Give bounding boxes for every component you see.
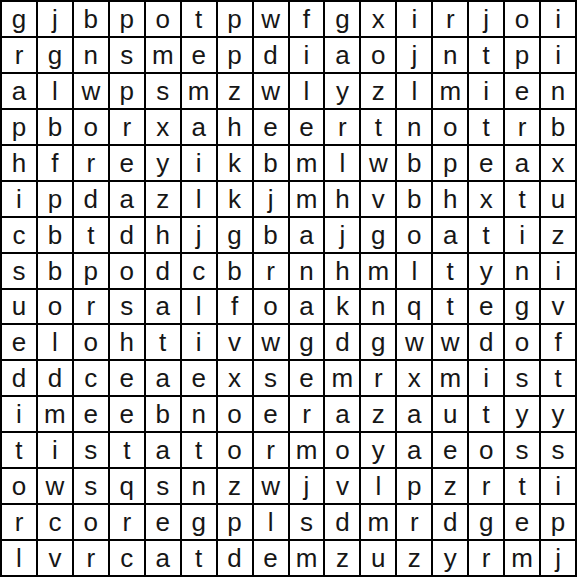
grid-cell[interactable]: a — [182, 110, 216, 144]
grid-cell[interactable]: h — [218, 110, 252, 144]
grid-cell[interactable]: b — [38, 218, 72, 252]
grid-cell[interactable]: n — [397, 110, 431, 144]
cell-letter: n — [551, 78, 565, 104]
grid-cell[interactable]: s — [541, 433, 575, 467]
grid-cell[interactable]: v — [38, 541, 72, 575]
grid-cell[interactable]: g — [505, 290, 539, 324]
grid-cell[interactable]: o — [505, 325, 539, 359]
grid-cell[interactable]: e — [290, 110, 324, 144]
grid-cell[interactable]: z — [361, 74, 395, 108]
cell-letter: k — [228, 186, 241, 212]
grid-cell[interactable]: n — [290, 254, 324, 288]
grid-cell[interactable]: r — [74, 541, 108, 575]
grid-cell[interactable]: o — [505, 2, 539, 36]
grid-cell[interactable]: m — [146, 38, 180, 72]
grid-cell[interactable]: l — [2, 541, 36, 575]
cell-letter: o — [227, 401, 241, 427]
grid-cell[interactable]: r — [469, 469, 503, 503]
grid-cell[interactable]: e — [505, 505, 539, 539]
grid-cell[interactable]: i — [505, 218, 539, 252]
cell-letter: a — [515, 150, 529, 176]
grid-cell[interactable]: l — [254, 505, 288, 539]
cell-letter: p — [12, 114, 26, 140]
grid-cell[interactable]: e — [182, 38, 216, 72]
grid-cell[interactable]: w — [38, 469, 72, 503]
cell-letter: d — [479, 329, 493, 355]
grid-cell[interactable]: e — [110, 146, 144, 180]
grid-cell[interactable]: e — [110, 361, 144, 395]
grid-cell[interactable]: x — [218, 361, 252, 395]
grid-cell[interactable]: e — [74, 397, 108, 431]
grid-cell[interactable]: n — [74, 38, 108, 72]
grid-cell[interactable]: a — [325, 397, 359, 431]
cell-letter: h — [227, 114, 241, 140]
grid-cell[interactable]: d — [325, 325, 359, 359]
grid-cell[interactable]: d — [218, 541, 252, 575]
grid-cell[interactable]: b — [254, 146, 288, 180]
grid-cell[interactable]: m — [182, 74, 216, 108]
grid-cell[interactable]: m — [290, 182, 324, 216]
grid-cell[interactable]: a — [397, 433, 431, 467]
grid-cell[interactable]: w — [361, 146, 395, 180]
grid-cell[interactable]: l — [397, 254, 431, 288]
grid-cell[interactable]: t — [469, 218, 503, 252]
grid-cell[interactable]: b — [38, 110, 72, 144]
cell-letter: x — [480, 186, 493, 212]
grid-cell[interactable]: t — [182, 541, 216, 575]
grid-cell[interactable]: s — [146, 469, 180, 503]
grid-cell[interactable]: p — [38, 182, 72, 216]
grid-cell[interactable]: r — [110, 110, 144, 144]
grid-cell[interactable]: r — [290, 397, 324, 431]
cell-letter: d — [84, 186, 98, 212]
grid-cell[interactable]: g — [361, 218, 395, 252]
grid-cell[interactable]: x — [146, 110, 180, 144]
grid-cell[interactable]: a — [505, 146, 539, 180]
grid-cell[interactable]: r — [469, 541, 503, 575]
cell-letter: j — [411, 42, 417, 68]
grid-cell[interactable]: a — [290, 218, 324, 252]
grid-cell[interactable]: i — [541, 2, 575, 36]
grid-cell[interactable]: h — [325, 254, 359, 288]
grid-cell[interactable]: g — [469, 505, 503, 539]
grid-cell[interactable]: z — [218, 469, 252, 503]
grid-cell[interactable]: q — [397, 290, 431, 324]
grid-cell[interactable]: e — [469, 290, 503, 324]
grid-cell[interactable]: o — [361, 38, 395, 72]
cell-letter: r — [302, 401, 311, 427]
grid-cell[interactable]: l — [361, 469, 395, 503]
grid-cell[interactable]: d — [74, 182, 108, 216]
grid-cell[interactable]: s — [146, 74, 180, 108]
cell-letter: o — [84, 509, 98, 535]
grid-cell[interactable]: m — [290, 541, 324, 575]
grid-cell[interactable]: o — [74, 505, 108, 539]
grid-cell[interactable]: d — [433, 505, 467, 539]
cell-letter: b — [155, 401, 169, 427]
grid-cell[interactable]: t — [433, 290, 467, 324]
grid-cell[interactable]: i — [2, 397, 36, 431]
grid-cell[interactable]: e — [290, 361, 324, 395]
grid-cell[interactable]: u — [541, 182, 575, 216]
cell-letter: u — [371, 545, 385, 571]
cell-letter: t — [195, 437, 202, 463]
cell-letter: b — [48, 222, 62, 248]
grid-cell[interactable]: i — [541, 469, 575, 503]
grid-cell[interactable]: i — [2, 182, 36, 216]
grid-cell[interactable]: l — [38, 325, 72, 359]
cell-letter: r — [15, 42, 24, 68]
grid-cell[interactable]: l — [38, 74, 72, 108]
cell-letter: s — [264, 365, 277, 391]
grid-cell[interactable]: u — [2, 290, 36, 324]
grid-cell[interactable]: p — [110, 2, 144, 36]
grid-cell[interactable]: g — [2, 2, 36, 36]
cell-letter: c — [192, 258, 205, 284]
grid-cell[interactable]: e — [469, 146, 503, 180]
grid-cell[interactable]: z — [397, 541, 431, 575]
grid-cell[interactable]: c — [74, 361, 108, 395]
grid-cell[interactable]: f — [38, 146, 72, 180]
grid-cell[interactable]: o — [469, 433, 503, 467]
grid-cell[interactable]: h — [146, 218, 180, 252]
grid-cell[interactable]: x — [469, 182, 503, 216]
grid-cell[interactable]: r — [110, 505, 144, 539]
grid-cell[interactable]: y — [469, 254, 503, 288]
grid-cell[interactable]: v — [361, 182, 395, 216]
cell-letter: o — [84, 114, 98, 140]
grid-cell[interactable]: a — [146, 541, 180, 575]
grid-cell[interactable]: o — [433, 110, 467, 144]
grid-cell[interactable]: z — [541, 218, 575, 252]
grid-cell[interactable]: z — [361, 397, 395, 431]
cell-letter: c — [48, 509, 61, 535]
grid-cell[interactable]: d — [2, 361, 36, 395]
cell-letter: t — [483, 401, 490, 427]
grid-cell[interactable]: p — [541, 505, 575, 539]
grid-cell[interactable]: i — [469, 361, 503, 395]
grid-cell[interactable]: a — [290, 290, 324, 324]
cell-letter: r — [410, 509, 419, 535]
cell-letter: e — [479, 293, 493, 319]
cell-letter: v — [48, 545, 61, 571]
grid-cell[interactable]: f — [218, 290, 252, 324]
grid-cell[interactable]: x — [541, 146, 575, 180]
grid-cell[interactable]: t — [505, 182, 539, 216]
grid-cell[interactable]: k — [218, 182, 252, 216]
cell-letter: u — [551, 186, 565, 212]
grid-cell[interactable]: y — [505, 397, 539, 431]
grid-cell[interactable]: a — [146, 433, 180, 467]
grid-cell[interactable]: s — [74, 469, 108, 503]
grid-cell[interactable]: p — [397, 469, 431, 503]
grid-cell[interactable]: p — [433, 146, 467, 180]
grid-cell[interactable]: w — [254, 2, 288, 36]
grid-cell[interactable]: g — [325, 2, 359, 36]
grid-cell[interactable]: y — [541, 397, 575, 431]
grid-cell[interactable]: n — [433, 38, 467, 72]
grid-cell[interactable]: b — [38, 254, 72, 288]
grid-cell[interactable]: l — [290, 74, 324, 108]
grid-cell[interactable]: r — [74, 290, 108, 324]
cell-letter: o — [479, 437, 493, 463]
grid-cell[interactable]: r — [74, 146, 108, 180]
grid-cell[interactable]: m — [38, 397, 72, 431]
grid-cell[interactable]: m — [361, 254, 395, 288]
grid-cell[interactable]: o — [325, 433, 359, 467]
grid-cell[interactable]: i — [397, 2, 431, 36]
grid-cell[interactable]: o — [74, 325, 108, 359]
grid-cell[interactable]: e — [182, 361, 216, 395]
cell-letter: r — [122, 114, 131, 140]
grid-cell[interactable]: i — [290, 38, 324, 72]
grid-cell[interactable]: s — [110, 38, 144, 72]
cell-letter: o — [515, 329, 529, 355]
grid-cell[interactable]: g — [290, 325, 324, 359]
grid-cell[interactable]: h — [110, 325, 144, 359]
grid-cell[interactable]: h — [433, 182, 467, 216]
grid-cell[interactable]: c — [2, 218, 36, 252]
grid-cell[interactable]: j — [541, 541, 575, 575]
cell-letter: h — [120, 329, 134, 355]
grid-cell[interactable]: b — [397, 146, 431, 180]
grid-cell[interactable]: i — [182, 325, 216, 359]
grid-cell[interactable]: i — [182, 146, 216, 180]
grid-cell[interactable]: e — [433, 433, 467, 467]
grid-cell[interactable]: z — [325, 541, 359, 575]
grid-cell[interactable]: h — [2, 146, 36, 180]
grid-cell[interactable]: b — [541, 110, 575, 144]
grid-cell[interactable]: m — [433, 361, 467, 395]
grid-cell[interactable]: o — [110, 254, 144, 288]
grid-cell[interactable]: s — [290, 505, 324, 539]
cell-letter: e — [299, 114, 313, 140]
grid-cell[interactable]: r — [361, 361, 395, 395]
grid-cell[interactable]: t — [505, 469, 539, 503]
grid-cell[interactable]: w — [254, 74, 288, 108]
grid-cell[interactable]: c — [182, 254, 216, 288]
grid-cell[interactable]: h — [325, 182, 359, 216]
grid-cell[interactable]: o — [38, 290, 72, 324]
grid-cell[interactable]: t — [182, 433, 216, 467]
grid-cell[interactable]: e — [110, 397, 144, 431]
grid-cell[interactable]: y — [325, 74, 359, 108]
grid-cell[interactable]: n — [182, 469, 216, 503]
grid-cell[interactable]: r — [325, 110, 359, 144]
grid-cell[interactable]: i — [38, 433, 72, 467]
grid-cell[interactable]: d — [38, 361, 72, 395]
grid-cell[interactable]: p — [218, 2, 252, 36]
grid-cell[interactable]: z — [146, 182, 180, 216]
grid-cell[interactable]: t — [74, 218, 108, 252]
grid-cell[interactable]: a — [433, 218, 467, 252]
grid-cell[interactable]: b — [146, 397, 180, 431]
grid-cell[interactable]: v — [218, 325, 252, 359]
grid-cell[interactable]: r — [254, 433, 288, 467]
grid-cell[interactable]: t — [541, 361, 575, 395]
grid-cell[interactable]: s — [505, 361, 539, 395]
grid-cell[interactable]: j — [325, 218, 359, 252]
grid-cell[interactable]: w — [397, 325, 431, 359]
grid-cell[interactable]: o — [74, 110, 108, 144]
grid-cell[interactable]: r — [254, 254, 288, 288]
cell-letter: o — [263, 293, 277, 319]
cell-letter: l — [304, 78, 310, 104]
grid-cell[interactable]: m — [505, 541, 539, 575]
grid-cell[interactable]: g — [361, 325, 395, 359]
grid-cell[interactable]: p — [505, 38, 539, 72]
grid-cell[interactable]: s — [254, 361, 288, 395]
grid-cell[interactable]: e — [505, 74, 539, 108]
grid-cell[interactable]: v — [541, 290, 575, 324]
grid-cell[interactable]: p — [2, 110, 36, 144]
grid-cell[interactable]: m — [290, 146, 324, 180]
grid-cell[interactable]: i — [541, 38, 575, 72]
grid-cell[interactable]: s — [110, 290, 144, 324]
grid-cell[interactable]: f — [541, 325, 575, 359]
grid-cell[interactable]: w — [254, 469, 288, 503]
grid-cell[interactable]: a — [110, 182, 144, 216]
grid-cell[interactable]: d — [325, 505, 359, 539]
cell-letter: h — [12, 150, 26, 176]
grid-cell[interactable]: t — [469, 38, 503, 72]
grid-cell[interactable]: l — [182, 182, 216, 216]
cell-letter: l — [375, 473, 381, 499]
grid-cell[interactable]: z — [433, 469, 467, 503]
grid-cell[interactable]: r — [397, 505, 431, 539]
grid-cell[interactable]: w — [254, 325, 288, 359]
grid-cell[interactable]: x — [361, 2, 395, 36]
cell-letter: i — [555, 258, 561, 284]
grid-cell[interactable]: n — [182, 397, 216, 431]
grid-cell[interactable]: o — [218, 433, 252, 467]
grid-cell[interactable]: t — [110, 433, 144, 467]
cell-letter: o — [155, 6, 169, 32]
grid-cell[interactable]: g — [182, 505, 216, 539]
grid-cell[interactable]: r — [2, 505, 36, 539]
grid-cell[interactable]: t — [2, 433, 36, 467]
grid-cell[interactable]: w — [74, 74, 108, 108]
grid-cell[interactable]: b — [254, 218, 288, 252]
grid-cell[interactable]: j — [290, 469, 324, 503]
grid-cell[interactable]: s — [2, 254, 36, 288]
grid-cell[interactable]: g — [38, 38, 72, 72]
grid-cell[interactable]: r — [433, 2, 467, 36]
grid-cell[interactable]: r — [505, 110, 539, 144]
cell-letter: z — [372, 78, 385, 104]
word-search-grid: gjbpotpwfgxirjoirgnsmepdiaojntpialwpsmzw… — [0, 0, 577, 577]
grid-cell[interactable]: t — [146, 325, 180, 359]
grid-cell[interactable]: k — [218, 146, 252, 180]
grid-cell[interactable]: u — [361, 541, 395, 575]
grid-cell[interactable]: e — [254, 110, 288, 144]
grid-cell[interactable]: e — [254, 541, 288, 575]
grid-cell[interactable]: t — [469, 110, 503, 144]
grid-cell[interactable]: z — [218, 74, 252, 108]
grid-cell[interactable]: o — [146, 2, 180, 36]
grid-cell[interactable]: p — [218, 505, 252, 539]
grid-cell[interactable]: a — [397, 397, 431, 431]
grid-cell[interactable]: j — [254, 182, 288, 216]
grid-cell[interactable]: n — [541, 74, 575, 108]
grid-cell[interactable]: j — [397, 38, 431, 72]
grid-cell[interactable]: c — [38, 505, 72, 539]
grid-cell[interactable]: k — [325, 290, 359, 324]
grid-cell[interactable]: s — [505, 433, 539, 467]
grid-cell[interactable]: s — [74, 433, 108, 467]
grid-cell[interactable]: d — [110, 218, 144, 252]
grid-cell[interactable]: d — [469, 325, 503, 359]
cell-letter: h — [335, 186, 349, 212]
grid-cell[interactable]: i — [469, 74, 503, 108]
grid-cell[interactable]: o — [397, 218, 431, 252]
grid-cell[interactable]: o — [218, 397, 252, 431]
grid-cell[interactable]: e — [146, 505, 180, 539]
grid-cell[interactable]: b — [397, 182, 431, 216]
grid-cell[interactable]: o — [2, 469, 36, 503]
grid-cell[interactable]: o — [254, 290, 288, 324]
grid-cell[interactable]: t — [433, 254, 467, 288]
grid-cell[interactable]: l — [397, 74, 431, 108]
grid-cell[interactable]: x — [397, 361, 431, 395]
grid-cell[interactable]: l — [325, 146, 359, 180]
grid-cell[interactable]: t — [469, 397, 503, 431]
grid-cell[interactable]: a — [2, 74, 36, 108]
grid-cell[interactable]: e — [2, 325, 36, 359]
grid-cell[interactable]: n — [361, 290, 395, 324]
grid-cell[interactable]: d — [254, 38, 288, 72]
grid-cell[interactable]: q — [110, 469, 144, 503]
grid-cell[interactable]: c — [110, 541, 144, 575]
grid-cell[interactable]: f — [290, 2, 324, 36]
cell-letter: n — [515, 258, 529, 284]
grid-cell[interactable]: e — [254, 397, 288, 431]
grid-cell[interactable]: a — [325, 38, 359, 72]
grid-cell[interactable]: l — [182, 290, 216, 324]
grid-cell[interactable]: j — [38, 2, 72, 36]
grid-cell[interactable]: g — [218, 218, 252, 252]
grid-cell[interactable]: m — [290, 433, 324, 467]
cell-letter: g — [479, 509, 493, 535]
grid-cell[interactable]: v — [325, 469, 359, 503]
grid-cell[interactable]: m — [361, 505, 395, 539]
grid-cell[interactable]: r — [2, 38, 36, 72]
cell-letter: a — [299, 293, 313, 319]
grid-cell[interactable]: t — [361, 110, 395, 144]
grid-cell[interactable]: n — [505, 254, 539, 288]
grid-cell[interactable]: p — [110, 74, 144, 108]
grid-cell[interactable]: t — [182, 2, 216, 36]
grid-cell[interactable]: y — [433, 541, 467, 575]
grid-cell[interactable]: j — [182, 218, 216, 252]
grid-cell[interactable]: u — [433, 397, 467, 431]
grid-cell[interactable]: y — [361, 433, 395, 467]
grid-cell[interactable]: m — [433, 74, 467, 108]
grid-cell[interactable]: d — [146, 254, 180, 288]
grid-cell[interactable]: i — [541, 254, 575, 288]
grid-cell[interactable]: w — [433, 325, 467, 359]
grid-cell[interactable]: y — [146, 146, 180, 180]
grid-cell[interactable]: a — [146, 361, 180, 395]
grid-cell[interactable]: b — [218, 254, 252, 288]
cell-letter: z — [228, 473, 241, 499]
grid-cell[interactable]: a — [146, 290, 180, 324]
grid-cell[interactable]: m — [325, 361, 359, 395]
grid-cell[interactable]: j — [469, 2, 503, 36]
grid-cell[interactable]: p — [218, 38, 252, 72]
grid-cell[interactable]: b — [74, 2, 108, 36]
grid-cell[interactable]: p — [74, 254, 108, 288]
